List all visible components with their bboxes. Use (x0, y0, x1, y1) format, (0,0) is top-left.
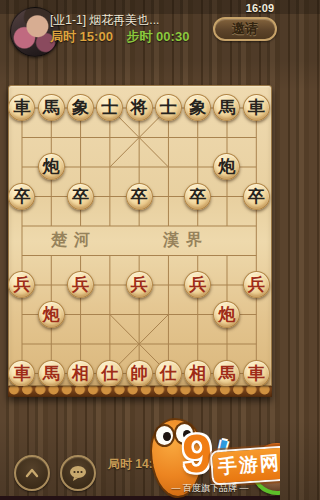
board-cell[interactable] (154, 300, 183, 330)
game-time: 局时 15:00 (50, 29, 113, 44)
board-cell[interactable] (124, 211, 153, 241)
board-cell[interactable]: 象 (66, 93, 95, 123)
piece-rc[interactable]: 炮 (38, 301, 65, 328)
board-cell[interactable] (183, 241, 212, 271)
board-cell[interactable] (242, 329, 271, 359)
move-time: 步时 00:30 (127, 29, 190, 44)
board-cell[interactable] (212, 329, 241, 359)
board-cell[interactable]: 象 (183, 93, 212, 123)
board-cell[interactable] (183, 211, 212, 241)
board-cell[interactable]: 仕 (154, 359, 183, 389)
piece-bp[interactable]: 卒 (8, 183, 35, 210)
board-cell[interactable] (95, 211, 124, 241)
board-cell[interactable] (212, 123, 241, 153)
board-cell[interactable] (183, 300, 212, 330)
board-cell[interactable]: 炮 (37, 300, 66, 330)
board-cell[interactable] (7, 152, 36, 182)
board-cell[interactable] (154, 329, 183, 359)
board-cell[interactable] (95, 123, 124, 153)
piece-rp[interactable]: 兵 (67, 271, 94, 298)
board-cell[interactable]: 車 (242, 93, 271, 123)
piece-ba[interactable]: 士 (155, 94, 182, 121)
chat-bubble-icon (68, 464, 88, 482)
piece-rp[interactable]: 兵 (126, 271, 153, 298)
piece-ra[interactable]: 仕 (96, 360, 123, 387)
piece-rn[interactable]: 馬 (213, 360, 240, 387)
board-cell[interactable] (95, 270, 124, 300)
board-cell[interactable] (124, 300, 153, 330)
player-title: [业1-1] 烟花再美也... (50, 12, 159, 29)
board-cell[interactable] (154, 182, 183, 212)
board-cell[interactable] (66, 241, 95, 271)
bottom-move-time: 步时 00:26 (186, 456, 244, 473)
board-cell[interactable] (95, 152, 124, 182)
board-cell[interactable]: 士 (95, 93, 124, 123)
piece-bn[interactable]: 馬 (213, 94, 240, 121)
board-cell[interactable] (242, 211, 271, 241)
board-cell[interactable] (37, 123, 66, 153)
board-cell[interactable] (183, 123, 212, 153)
piece-bp[interactable]: 卒 (67, 183, 94, 210)
board-cell[interactable] (37, 270, 66, 300)
piece-bb[interactable]: 象 (184, 94, 211, 121)
board-cell[interactable] (154, 152, 183, 182)
xiangqi-board: 楚河 漢界 車馬象士将士象馬車炮炮卒卒卒卒卒兵兵兵兵兵炮炮車馬相仕帥仕相馬車 (8, 85, 272, 397)
board-cell[interactable] (242, 241, 271, 271)
board-edge-trim (8, 386, 272, 397)
board-cell[interactable]: 馬 (37, 359, 66, 389)
board-cell[interactable] (37, 182, 66, 212)
piece-ba[interactable]: 士 (96, 94, 123, 121)
board-cell[interactable] (95, 300, 124, 330)
opponent-timer-ring[interactable] (251, 443, 280, 495)
board-cell[interactable] (66, 211, 95, 241)
board-cell[interactable] (7, 241, 36, 271)
board-cell[interactable]: 炮 (212, 152, 241, 182)
board-cell[interactable] (154, 123, 183, 153)
board-cell[interactable]: 兵 (124, 270, 153, 300)
collapse-button[interactable] (14, 455, 50, 491)
player-clocks: 局时 15:00 步时 00:30 (50, 28, 189, 46)
invite-button[interactable]: 邀请 (213, 17, 277, 41)
board-cell[interactable] (66, 300, 95, 330)
piece-bc[interactable]: 炮 (38, 153, 65, 180)
board-cell[interactable] (154, 211, 183, 241)
piece-rp[interactable]: 兵 (243, 271, 270, 298)
board-cell[interactable]: 車 (242, 359, 271, 389)
piece-rr[interactable]: 車 (243, 360, 270, 387)
board-cell[interactable] (66, 329, 95, 359)
piece-rb[interactable]: 相 (184, 360, 211, 387)
xiangqi-app-screen: { "game": "xiangqi", "status_bar": { "ti… (0, 0, 280, 500)
board-cell[interactable] (212, 211, 241, 241)
watermark-dot (216, 474, 225, 483)
board-cell[interactable]: 馬 (212, 93, 241, 123)
board-cell[interactable]: 馬 (212, 359, 241, 389)
board-cell[interactable] (212, 270, 241, 300)
piece-bc[interactable]: 炮 (213, 153, 240, 180)
board-cell[interactable]: 車 (7, 359, 36, 389)
board-cell[interactable]: 卒 (183, 182, 212, 212)
board-cell[interactable] (183, 329, 212, 359)
board-cell[interactable] (37, 241, 66, 271)
board-cell[interactable] (7, 300, 36, 330)
board-cell[interactable] (7, 211, 36, 241)
bottom-strip (0, 496, 280, 500)
board-cell[interactable] (95, 182, 124, 212)
board-cell[interactable] (124, 152, 153, 182)
board-cell[interactable]: 卒 (7, 182, 36, 212)
piece-rb[interactable]: 相 (67, 360, 94, 387)
board-cell[interactable]: 将 (124, 93, 153, 123)
piece-rp[interactable]: 兵 (184, 271, 211, 298)
board-cell[interactable] (95, 329, 124, 359)
piece-br[interactable]: 車 (8, 94, 35, 121)
piece-bp[interactable]: 卒 (243, 183, 270, 210)
board-cell[interactable]: 卒 (242, 182, 271, 212)
piece-ra[interactable]: 仕 (155, 360, 182, 387)
piece-rp[interactable]: 兵 (8, 271, 35, 298)
board-cell[interactable] (66, 152, 95, 182)
board-grid: 車馬象士将士象馬車炮炮卒卒卒卒卒兵兵兵兵兵炮炮車馬相仕帥仕相馬車 (7, 93, 271, 388)
board-cell[interactable]: 馬 (37, 93, 66, 123)
board-cell[interactable] (183, 152, 212, 182)
chat-button[interactable] (60, 455, 96, 491)
piece-rc[interactable]: 炮 (213, 301, 240, 328)
piece-rk[interactable]: 帥 (126, 360, 153, 387)
board-cell[interactable]: 車 (7, 93, 36, 123)
piece-bp[interactable]: 卒 (126, 183, 153, 210)
board-surface: 楚河 漢界 車馬象士将士象馬車炮炮卒卒卒卒卒兵兵兵兵兵炮炮車馬相仕帥仕相馬車 (8, 85, 272, 386)
board-cell[interactable] (124, 329, 153, 359)
board-cell[interactable]: 帥 (124, 359, 153, 389)
board-cell[interactable] (124, 241, 153, 271)
board-cell[interactable] (242, 300, 271, 330)
board-cell[interactable] (37, 329, 66, 359)
board-cell[interactable]: 相 (183, 359, 212, 389)
piece-bk[interactable]: 将 (126, 94, 153, 121)
board-cell[interactable] (124, 123, 153, 153)
piece-rr[interactable]: 車 (8, 360, 35, 387)
board-cell[interactable] (95, 241, 124, 271)
board-cell[interactable] (212, 182, 241, 212)
board-cell[interactable] (242, 152, 271, 182)
board-cell[interactable]: 兵 (242, 270, 271, 300)
board-cell[interactable]: 仕 (95, 359, 124, 389)
board-cell[interactable]: 兵 (183, 270, 212, 300)
board-cell[interactable]: 卒 (124, 182, 153, 212)
board-cell[interactable]: 相 (66, 359, 95, 389)
board-cell[interactable]: 卒 (66, 182, 95, 212)
board-cell[interactable]: 兵 (7, 270, 36, 300)
board-cell[interactable]: 兵 (66, 270, 95, 300)
board-cell[interactable] (154, 270, 183, 300)
board-cell[interactable] (37, 211, 66, 241)
board-cell[interactable] (154, 241, 183, 271)
bottom-game-time: 局时 14:55 (108, 456, 166, 473)
opponent-avatar (255, 447, 280, 491)
piece-bb[interactable]: 象 (67, 94, 94, 121)
piece-br[interactable]: 車 (243, 94, 270, 121)
board-cell[interactable]: 士 (154, 93, 183, 123)
board-cell[interactable]: 炮 (212, 300, 241, 330)
system-clock: 16:09 (246, 2, 274, 14)
chevron-up-icon (23, 464, 41, 482)
board-cell[interactable] (66, 123, 95, 153)
board-cell[interactable] (212, 241, 241, 271)
piece-bn[interactable]: 馬 (38, 94, 65, 121)
board-cell[interactable] (7, 329, 36, 359)
piece-rn[interactable]: 馬 (38, 360, 65, 387)
board-cell[interactable] (242, 123, 271, 153)
board-cell[interactable]: 炮 (37, 152, 66, 182)
piece-bp[interactable]: 卒 (184, 183, 211, 210)
board-cell[interactable] (7, 123, 36, 153)
